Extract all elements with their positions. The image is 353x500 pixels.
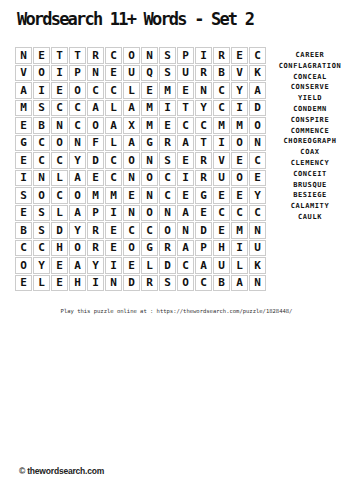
grid-cell[interactable]: N [123,170,140,187]
grid-cell[interactable]: C [249,205,266,222]
grid-cell[interactable]: E [249,170,266,187]
grid-cell[interactable]: P [87,205,104,222]
grid-cell[interactable]: A [87,100,104,117]
grid-cell[interactable]: E [15,117,32,134]
grid-cell[interactable]: I [87,275,104,292]
grid-cell[interactable]: C [231,205,248,222]
grid-cell[interactable]: O [87,117,104,134]
grid-cell[interactable]: C [15,240,32,257]
grid-cell[interactable]: B [15,222,32,239]
word-item: CONDEMN [267,104,353,115]
grid-cell[interactable]: N [15,47,32,64]
puzzle-sheet: Wordsearch 11+ Words - Set 2 NETTRCONSPI… [0,0,353,500]
wordsearch-grid: NETTRCONSPIRECVOIPNEUQSURBVKAIEOCCLEMENC… [15,47,266,291]
grid-cell[interactable]: C [33,240,50,257]
grid-cell[interactable]: H [51,240,68,257]
grid-cell[interactable]: S [159,47,176,64]
grid-cell[interactable]: R [159,135,176,152]
grid-cell[interactable]: O [123,47,140,64]
grid-cell[interactable]: N [105,275,122,292]
grid-cell[interactable]: A [69,205,86,222]
grid-cell[interactable]: O [69,187,86,204]
grid-cell[interactable]: V [213,152,230,169]
grid-cell[interactable]: T [177,100,194,117]
grid-cell[interactable]: C [105,152,122,169]
grid-cell[interactable]: E [213,187,230,204]
grid-cell[interactable]: I [105,205,122,222]
grid-cell[interactable]: L [51,205,68,222]
grid-cell[interactable]: E [105,65,122,82]
grid-cell[interactable]: I [51,65,68,82]
word-item: CAREER [267,50,353,61]
word-item: CLEMENCY [267,158,353,169]
grid-cell[interactable]: K [249,257,266,274]
grid-cell[interactable]: V [231,65,248,82]
grid-cell[interactable]: I [33,82,50,99]
grid-cell[interactable]: N [141,187,158,204]
grid-cell[interactable]: C [213,82,230,99]
play-online-text: Play this puzzle online at : https://the… [0,308,353,314]
grid-cell[interactable]: E [141,82,158,99]
grid-cell[interactable]: O [123,152,140,169]
grid-cell[interactable]: C [213,205,230,222]
grid-cell[interactable]: P [195,240,212,257]
grid-cell[interactable]: N [195,82,212,99]
grid-cell[interactable]: C [69,100,86,117]
word-item: CHOREOGRAPH [267,136,353,147]
grid-cell[interactable]: D [195,222,212,239]
grid-cell[interactable]: L [51,170,68,187]
grid-cell[interactable]: R [87,240,104,257]
grid-cell[interactable]: O [15,257,32,274]
grid-cell[interactable]: F [87,135,104,152]
grid-cell[interactable]: R [195,65,212,82]
grid-cell[interactable]: O [123,240,140,257]
grid-cell[interactable]: G [141,240,158,257]
grid-cell[interactable]: L [105,100,122,117]
grid-cell[interactable]: Y [33,257,50,274]
grid-cell[interactable]: O [141,205,158,222]
grid-cell[interactable]: C [69,117,86,134]
grid-cell[interactable]: Y [87,257,104,274]
grid-cell[interactable]: R [141,275,158,292]
grid-cell[interactable]: C [177,257,194,274]
grid-cell[interactable]: E [231,187,248,204]
grid-cell[interactable]: O [141,170,158,187]
grid-cell[interactable]: E [177,187,194,204]
grid-cell[interactable]: G [15,135,32,152]
grid-cell[interactable]: N [249,275,266,292]
grid-cell[interactable]: E [105,240,122,257]
grid-cell[interactable]: E [231,152,248,169]
grid-cell[interactable]: M [141,100,158,117]
grid-cell[interactable]: O [33,65,50,82]
grid-cell[interactable]: S [159,152,176,169]
grid-cell[interactable]: E [51,257,68,274]
grid-cell[interactable]: C [105,47,122,64]
grid-cell[interactable]: I [231,240,248,257]
grid-cell[interactable]: E [51,275,68,292]
grid-cell[interactable]: U [213,257,230,274]
word-item: COAX [267,147,353,158]
grid-cell[interactable]: O [51,135,68,152]
grid-cell[interactable]: C [51,187,68,204]
grid-cell[interactable]: I [213,135,230,152]
grid-cell[interactable]: N [123,205,140,222]
grid-cell[interactable]: N [33,170,50,187]
grid-cell[interactable]: P [69,65,86,82]
grid-cell[interactable]: E [15,275,32,292]
grid-cell[interactable]: B [33,117,50,134]
grid-cell[interactable]: N [51,117,68,134]
grid-cell[interactable]: A [105,117,122,134]
grid-cell[interactable]: N [141,152,158,169]
grid-cell[interactable]: E [213,222,230,239]
grid-cell[interactable]: T [51,47,68,64]
grid-cell[interactable]: Y [231,82,248,99]
word-item: CONFLAGRATION [267,61,353,72]
grid-cell[interactable]: C [51,152,68,169]
grid-cell[interactable]: Y [249,187,266,204]
grid-cell[interactable]: E [105,222,122,239]
grid-cell[interactable]: A [123,135,140,152]
grid-cell[interactable]: C [213,100,230,117]
grid-cell[interactable]: D [159,257,176,274]
grid-cell[interactable]: C [177,117,194,134]
grid-cell[interactable]: E [15,152,32,169]
word-item: CONSPIRE [267,115,353,126]
grid-cell[interactable]: E [177,152,194,169]
grid-cell[interactable]: M [159,82,176,99]
grid-cell[interactable]: A [123,100,140,117]
grid-cell[interactable]: H [69,275,86,292]
grid-cell[interactable]: S [159,275,176,292]
grid-cell[interactable]: O [33,187,50,204]
grid-cell[interactable]: I [231,100,248,117]
grid-cell[interactable]: M [231,222,248,239]
word-item: CONCEIT [267,169,353,180]
grid-cell[interactable]: U [249,240,266,257]
grid-cell[interactable]: S [33,222,50,239]
grid-cell[interactable]: E [159,117,176,134]
grid-cell[interactable]: M [231,117,248,134]
grid-cell[interactable]: E [33,47,50,64]
grid-cell[interactable]: C [87,82,104,99]
grid-cell[interactable]: A [69,257,86,274]
grid-cell[interactable]: Y [69,152,86,169]
grid-cell[interactable]: N [159,205,176,222]
grid-cell[interactable]: E [51,82,68,99]
word-list: CAREERCONFLAGRATIONCONCEALCONSERVEYIELDC… [267,50,353,223]
grid-cell[interactable]: C [249,152,266,169]
grid-cell[interactable]: R [195,152,212,169]
word-item: YIELD [267,93,353,104]
grid-cell[interactable]: L [123,82,140,99]
grid-cell[interactable]: T [195,135,212,152]
grid-cell[interactable]: I [15,170,32,187]
grid-cell[interactable]: C [195,275,212,292]
grid-cell[interactable]: O [249,117,266,134]
word-item: BRUSQUE [267,180,353,191]
grid-cell[interactable]: X [123,117,140,134]
grid-cell[interactable]: C [141,222,158,239]
grid-cell[interactable]: A [231,275,248,292]
grid-cell[interactable]: R [87,47,104,64]
grid-cell[interactable]: L [231,257,248,274]
grid-cell[interactable]: M [141,117,158,134]
word-item: CALAMITY [267,201,353,212]
grid-cell[interactable]: A [15,82,32,99]
grid-cell[interactable]: A [177,205,194,222]
grid-cell[interactable]: N [141,47,158,64]
word-item: CONSERVE [267,82,353,93]
grid-cell[interactable]: Y [195,100,212,117]
grid-cell[interactable]: I [159,100,176,117]
grid-cell[interactable]: U [177,65,194,82]
grid-cell[interactable]: T [69,47,86,64]
grid-cell[interactable]: S [159,65,176,82]
grid-cell[interactable]: D [123,275,140,292]
grid-cell[interactable]: C [159,187,176,204]
page-title: Wordsearch 11+ Words - Set 2 [17,9,253,29]
grid-cell[interactable]: S [15,187,32,204]
grid-cell[interactable]: N [87,65,104,82]
grid-cell[interactable]: D [249,100,266,117]
copyright-text: © thewordsearch.com [19,466,104,476]
grid-cell[interactable]: O [69,82,86,99]
word-item: COMMENCE [267,126,353,137]
grid-cell[interactable]: R [159,240,176,257]
grid-cell[interactable]: C [105,170,122,187]
grid-cell[interactable]: A [249,82,266,99]
grid-cell[interactable]: E [87,170,104,187]
grid-cell[interactable]: I [105,257,122,274]
grid-cell[interactable]: P [177,47,194,64]
grid-cell[interactable]: C [159,170,176,187]
grid-cell[interactable]: E [123,257,140,274]
grid-cell[interactable]: K [249,65,266,82]
grid-cell[interactable]: O [177,275,194,292]
word-item: CAULK [267,212,353,223]
grid-cell[interactable]: U [213,170,230,187]
grid-cell[interactable]: A [177,240,194,257]
grid-cell[interactable]: A [69,170,86,187]
grid-cell[interactable]: G [195,187,212,204]
grid-cell[interactable]: G [141,135,158,152]
grid-cell[interactable]: I [195,47,212,64]
grid-cell[interactable]: S [33,205,50,222]
grid-cell[interactable]: V [15,65,32,82]
grid-cell[interactable]: B [213,65,230,82]
grid-cell[interactable]: C [195,117,212,134]
grid-cell[interactable]: C [123,222,140,239]
grid-cell[interactable]: U [123,65,140,82]
grid-cell[interactable]: N [249,135,266,152]
grid-cell[interactable]: M [105,187,122,204]
grid-cell[interactable]: E [15,205,32,222]
grid-cell[interactable]: A [195,257,212,274]
word-item: BESIEGE [267,190,353,201]
grid-cell[interactable]: R [87,222,104,239]
grid-cell[interactable]: I [177,170,194,187]
grid-cell[interactable]: O [159,222,176,239]
grid-cell[interactable]: C [51,100,68,117]
grid-cell[interactable]: L [105,135,122,152]
grid-cell[interactable]: Q [141,65,158,82]
grid-cell[interactable]: D [87,152,104,169]
grid-cell[interactable]: C [33,135,50,152]
grid-cell[interactable]: E [231,47,248,64]
grid-cell[interactable]: E [195,205,212,222]
grid-cell[interactable]: D [51,222,68,239]
grid-cell[interactable]: N [177,222,194,239]
grid-cell[interactable]: N [69,135,86,152]
grid-cell[interactable]: M [15,100,32,117]
grid-cell[interactable]: A [177,135,194,152]
grid-cell[interactable]: R [195,170,212,187]
grid-cell[interactable]: N [249,222,266,239]
grid-cell[interactable]: R [213,47,230,64]
grid-cell[interactable]: C [33,152,50,169]
grid-cell[interactable]: S [33,100,50,117]
word-item: CONCEAL [267,72,353,83]
grid-cell[interactable]: L [141,257,158,274]
grid-cell[interactable]: E [123,187,140,204]
grid-cell[interactable]: O [231,135,248,152]
grid-cell[interactable]: Y [69,222,86,239]
grid-cell[interactable]: O [69,240,86,257]
grid-cell[interactable]: O [231,170,248,187]
grid-cell[interactable]: H [213,240,230,257]
grid-cell[interactable]: C [105,82,122,99]
grid-cell[interactable]: M [87,187,104,204]
grid-cell[interactable]: M [213,117,230,134]
grid-cell[interactable]: C [249,47,266,64]
grid-cell[interactable]: E [177,82,194,99]
grid-cell[interactable]: B [213,275,230,292]
grid-cell[interactable]: L [33,275,50,292]
